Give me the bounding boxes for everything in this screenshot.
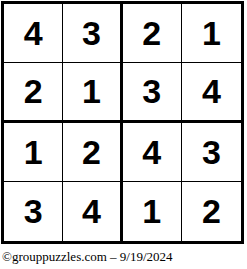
- sudoku-cell-r1c2[interactable]: 3: [63, 4, 122, 63]
- sudoku-cell-r1c1[interactable]: 4: [4, 4, 63, 63]
- sudoku-cell-r2c1[interactable]: 2: [4, 63, 63, 122]
- sudoku-cell-r3c1[interactable]: 1: [4, 123, 63, 182]
- sudoku-cell-r3c4[interactable]: 3: [182, 123, 241, 182]
- copyright-footer: ©grouppuzzles.com – 9/19/2024: [2, 249, 173, 265]
- sudoku-cell-r3c2[interactable]: 2: [63, 123, 122, 182]
- sudoku-cell-r4c3[interactable]: 1: [123, 182, 182, 241]
- sudoku-cell-r2c3[interactable]: 3: [123, 63, 182, 122]
- sudoku-cell-r2c2[interactable]: 1: [63, 63, 122, 122]
- sudoku-cell-r4c2[interactable]: 4: [63, 182, 122, 241]
- sudoku-cell-r1c4[interactable]: 1: [182, 4, 241, 63]
- sudoku-page: 4321213412433412 ©grouppuzzles.com – 9/1…: [0, 0, 247, 269]
- sudoku-cell-r4c1[interactable]: 3: [4, 182, 63, 241]
- sudoku-cell-r4c4[interactable]: 2: [182, 182, 241, 241]
- sudoku-board: 4321213412433412: [1, 1, 244, 244]
- sudoku-cell-r1c3[interactable]: 2: [123, 4, 182, 63]
- sudoku-cell-r2c4[interactable]: 4: [182, 63, 241, 122]
- sudoku-cell-r3c3[interactable]: 4: [123, 123, 182, 182]
